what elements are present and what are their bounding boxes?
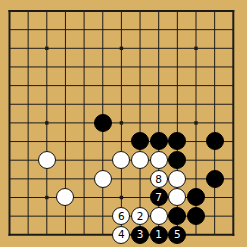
move-3-black-stone: 3 [131,226,149,244]
move-6-white-stone: 6 [112,207,130,225]
white-stone [168,188,186,206]
intersection-c3-r9 [37,151,56,170]
intersection-c6-r7 [93,114,112,133]
white-stone [94,170,112,188]
white-stone [150,151,168,169]
white-stone [131,151,149,169]
black-stone [206,170,224,188]
intersection-c10-r11 [168,188,187,207]
black-stone [150,132,168,150]
white-stone [38,151,56,169]
intersection-c9-r9 [149,151,168,170]
black-stone [187,188,205,206]
move-1-black-stone: 1 [150,226,168,244]
intersection-c10-r8 [168,132,187,151]
go-board[interactable]: 87624315 [0,0,247,247]
black-stone [131,132,149,150]
move-5-black-stone: 5 [168,226,186,244]
intersection-c9-r12 [149,207,168,226]
intersection-c8-r8 [131,132,150,151]
stones-layer: 87624315 [0,2,242,244]
black-stone [168,207,186,225]
intersection-c7-r12: 6 [112,207,131,226]
intersection-c7-r13: 4 [112,225,131,244]
white-stone [150,207,168,225]
intersection-c7-r9 [112,151,131,170]
intersection-c8-r13: 3 [131,225,150,244]
move-2-white-stone: 2 [131,207,149,225]
intersection-c11-r12 [187,207,206,226]
intersection-c10-r9 [168,151,187,170]
intersection-c10-r13: 5 [168,225,187,244]
intersection-c9-r10: 8 [149,169,168,188]
black-stone [206,132,224,150]
intersection-c10-r10 [168,169,187,188]
intersection-c9-r8 [149,132,168,151]
intersection-c8-r12: 2 [131,207,150,226]
intersection-c9-r11: 7 [149,188,168,207]
black-stone [168,132,186,150]
move-7-black-stone: 7 [150,188,168,206]
intersection-c12-r8 [205,132,224,151]
white-stone [56,188,74,206]
black-stone [187,207,205,225]
intersection-c8-r9 [131,151,150,170]
intersection-c6-r10 [93,169,112,188]
intersection-c11-r11 [187,188,206,207]
intersection-c4-r11 [56,188,75,207]
intersection-c10-r12 [168,207,187,226]
black-stone [168,151,186,169]
intersection-c9-r13: 1 [149,225,168,244]
move-4-white-stone: 4 [112,226,130,244]
black-stone [94,114,112,132]
white-stone [168,170,186,188]
move-8-white-stone: 8 [150,170,168,188]
white-stone [112,151,130,169]
intersection-c12-r10 [205,169,224,188]
